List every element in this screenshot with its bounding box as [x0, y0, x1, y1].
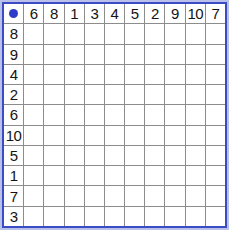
answer-cell-r9c4[interactable]	[85, 186, 104, 205]
answer-cell-r1c5[interactable]	[105, 24, 124, 43]
answer-cell-r7c6[interactable]	[125, 146, 144, 165]
corner-operation-cell	[4, 4, 23, 23]
answer-cell-r10c2[interactable]	[44, 207, 63, 226]
answer-cell-r2c7[interactable]	[145, 45, 164, 64]
col-header-4: 4	[105, 4, 124, 23]
answer-cell-r5c8[interactable]	[165, 105, 184, 124]
answer-cell-r9c10[interactable]	[206, 186, 225, 205]
row-header-5: 5	[4, 146, 23, 165]
col-header-3: 3	[85, 4, 104, 23]
answer-cell-r9c8[interactable]	[165, 186, 184, 205]
answer-cell-r1c3[interactable]	[65, 24, 84, 43]
answer-cell-r10c10[interactable]	[206, 207, 225, 226]
answer-cell-r1c8[interactable]	[165, 24, 184, 43]
answer-cell-r6c4[interactable]	[85, 126, 104, 145]
answer-cell-r10c8[interactable]	[165, 207, 184, 226]
answer-cell-r4c1[interactable]	[24, 85, 43, 104]
answer-cell-r3c6[interactable]	[125, 65, 144, 84]
answer-cell-r8c3[interactable]	[65, 166, 84, 185]
answer-cell-r6c6[interactable]	[125, 126, 144, 145]
answer-cell-r4c3[interactable]	[65, 85, 84, 104]
answer-cell-r5c6[interactable]	[125, 105, 144, 124]
answer-cell-r5c5[interactable]	[105, 105, 124, 124]
answer-cell-r6c1[interactable]	[24, 126, 43, 145]
answer-cell-r7c1[interactable]	[24, 146, 43, 165]
answer-cell-r7c9[interactable]	[186, 146, 205, 165]
answer-cell-r6c5[interactable]	[105, 126, 124, 145]
answer-cell-r8c1[interactable]	[24, 166, 43, 185]
answer-cell-r3c7[interactable]	[145, 65, 164, 84]
row-header-1: 1	[4, 166, 23, 185]
answer-cell-r4c10[interactable]	[206, 85, 225, 104]
answer-cell-r3c4[interactable]	[85, 65, 104, 84]
answer-cell-r8c2[interactable]	[44, 166, 63, 185]
row-header-10: 10	[4, 126, 23, 145]
col-header-5: 5	[125, 4, 144, 23]
col-header-1: 1	[65, 4, 84, 23]
answer-cell-r5c1[interactable]	[24, 105, 43, 124]
answer-cell-r3c8[interactable]	[165, 65, 184, 84]
answer-cell-r1c7[interactable]	[145, 24, 164, 43]
row-header-3: 3	[4, 207, 23, 226]
answer-cell-r5c3[interactable]	[65, 105, 84, 124]
row-header-7: 7	[4, 186, 23, 205]
answer-cell-r4c5[interactable]	[105, 85, 124, 104]
answer-cell-r2c9[interactable]	[186, 45, 205, 64]
col-header-8: 8	[44, 4, 63, 23]
answer-cell-r4c7[interactable]	[145, 85, 164, 104]
row-header-4: 4	[4, 65, 23, 84]
answer-cell-r4c4[interactable]	[85, 85, 104, 104]
answer-cell-r6c7[interactable]	[145, 126, 164, 145]
answer-cell-r3c10[interactable]	[206, 65, 225, 84]
multiplication-board: 6813452910789426105173	[2, 2, 227, 228]
answer-cell-r3c5[interactable]	[105, 65, 124, 84]
answer-cell-r5c7[interactable]	[145, 105, 164, 124]
answer-cell-r2c2[interactable]	[44, 45, 63, 64]
answer-cell-r9c9[interactable]	[186, 186, 205, 205]
answer-cell-r8c9[interactable]	[186, 166, 205, 185]
answer-cell-r10c1[interactable]	[24, 207, 43, 226]
answer-cell-r4c2[interactable]	[44, 85, 63, 104]
answer-cell-r3c9[interactable]	[186, 65, 205, 84]
answer-cell-r6c10[interactable]	[206, 126, 225, 145]
answer-cell-r7c10[interactable]	[206, 146, 225, 165]
answer-cell-r2c3[interactable]	[65, 45, 84, 64]
answer-cell-r1c6[interactable]	[125, 24, 144, 43]
answer-cell-r2c6[interactable]	[125, 45, 144, 64]
row-header-6: 6	[4, 105, 23, 124]
answer-cell-r6c3[interactable]	[65, 126, 84, 145]
answer-cell-r8c5[interactable]	[105, 166, 124, 185]
answer-cell-r5c10[interactable]	[206, 105, 225, 124]
answer-cell-r1c10[interactable]	[206, 24, 225, 43]
answer-cell-r1c4[interactable]	[85, 24, 104, 43]
answer-cell-r4c9[interactable]	[186, 85, 205, 104]
answer-cell-r9c2[interactable]	[44, 186, 63, 205]
answer-cell-r2c1[interactable]	[24, 45, 43, 64]
answer-cell-r8c4[interactable]	[85, 166, 104, 185]
answer-cell-r10c7[interactable]	[145, 207, 164, 226]
answer-cell-r3c1[interactable]	[24, 65, 43, 84]
row-header-8: 8	[4, 24, 23, 43]
answer-cell-r1c2[interactable]	[44, 24, 63, 43]
answer-cell-r10c6[interactable]	[125, 207, 144, 226]
answer-cell-r3c2[interactable]	[44, 65, 63, 84]
answer-cell-r8c8[interactable]	[165, 166, 184, 185]
answer-cell-r10c4[interactable]	[85, 207, 104, 226]
answer-cell-r7c3[interactable]	[65, 146, 84, 165]
answer-cell-r7c8[interactable]	[165, 146, 184, 165]
answer-cell-r5c4[interactable]	[85, 105, 104, 124]
answer-cell-r10c5[interactable]	[105, 207, 124, 226]
answer-cell-r8c10[interactable]	[206, 166, 225, 185]
answer-cell-r2c10[interactable]	[206, 45, 225, 64]
answer-cell-r10c9[interactable]	[186, 207, 205, 226]
answer-cell-r6c8[interactable]	[165, 126, 184, 145]
answer-cell-r2c8[interactable]	[165, 45, 184, 64]
answer-cell-r7c2[interactable]	[44, 146, 63, 165]
answer-cell-r4c6[interactable]	[125, 85, 144, 104]
col-header-6: 6	[24, 4, 43, 23]
answer-cell-r1c9[interactable]	[186, 24, 205, 43]
answer-cell-r9c1[interactable]	[24, 186, 43, 205]
answer-cell-r6c2[interactable]	[44, 126, 63, 145]
answer-cell-r7c4[interactable]	[85, 146, 104, 165]
answer-cell-r2c4[interactable]	[85, 45, 104, 64]
answer-cell-r1c1[interactable]	[24, 24, 43, 43]
col-header-2: 2	[145, 4, 164, 23]
answer-cell-r7c7[interactable]	[145, 146, 164, 165]
answer-cell-r6c9[interactable]	[186, 126, 205, 145]
col-header-7: 7	[206, 4, 225, 23]
row-header-2: 2	[4, 85, 23, 104]
worksheet-frame: 6813452910789426105173	[0, 0, 229, 230]
answer-cell-r4c8[interactable]	[165, 85, 184, 104]
answer-cell-r9c3[interactable]	[65, 186, 84, 205]
multiply-dot-icon	[9, 9, 18, 18]
answer-cell-r2c5[interactable]	[105, 45, 124, 64]
row-header-9: 9	[4, 45, 23, 64]
col-header-10: 10	[186, 4, 205, 23]
answer-cell-r5c9[interactable]	[186, 105, 205, 124]
answer-cell-r9c5[interactable]	[105, 186, 124, 205]
answer-cell-r9c7[interactable]	[145, 186, 164, 205]
answer-cell-r8c7[interactable]	[145, 166, 164, 185]
answer-cell-r10c3[interactable]	[65, 207, 84, 226]
answer-cell-r3c3[interactable]	[65, 65, 84, 84]
col-header-9: 9	[165, 4, 184, 23]
answer-cell-r7c5[interactable]	[105, 146, 124, 165]
answer-cell-r5c2[interactable]	[44, 105, 63, 124]
answer-cell-r8c6[interactable]	[125, 166, 144, 185]
answer-cell-r9c6[interactable]	[125, 186, 144, 205]
